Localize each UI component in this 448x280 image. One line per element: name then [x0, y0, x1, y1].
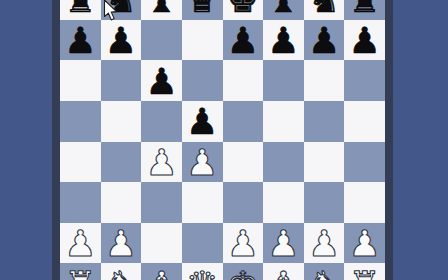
square-b5[interactable] — [101, 101, 142, 142]
square-f7[interactable]: ♟ — [263, 20, 304, 61]
square-g6[interactable] — [304, 60, 345, 101]
square-c7[interactable] — [141, 20, 182, 61]
white-pawn-b2[interactable]: ♟ — [105, 226, 137, 262]
square-g5[interactable] — [304, 101, 345, 142]
square-a1[interactable]: ♜ — [60, 263, 101, 280]
square-b3[interactable] — [101, 182, 142, 223]
square-g4[interactable] — [304, 142, 345, 183]
square-f8[interactable]: ♝ — [263, 0, 304, 20]
black-pawn-h7[interactable]: ♟ — [349, 23, 381, 59]
square-g2[interactable]: ♟ — [304, 223, 345, 264]
white-bishop-c1[interactable]: ♝ — [145, 267, 177, 280]
square-g7[interactable]: ♟ — [304, 20, 345, 61]
square-b7[interactable]: ♟ — [101, 20, 142, 61]
square-a3[interactable] — [60, 182, 101, 223]
square-d8[interactable]: ♛ — [182, 0, 223, 20]
square-f4[interactable] — [263, 142, 304, 183]
square-g3[interactable] — [304, 182, 345, 223]
white-pawn-h2[interactable]: ♟ — [349, 226, 381, 262]
square-a5[interactable] — [60, 101, 101, 142]
square-c3[interactable] — [141, 182, 182, 223]
board-right-border — [385, 0, 393, 280]
square-a2[interactable]: ♟ — [60, 223, 101, 264]
square-c8[interactable]: ♝ — [141, 0, 182, 20]
white-pawn-e2[interactable]: ♟ — [227, 226, 259, 262]
white-king-e1[interactable]: ♚ — [227, 267, 259, 280]
square-a6[interactable] — [60, 60, 101, 101]
square-a7[interactable]: ♟ — [60, 20, 101, 61]
square-h3[interactable] — [344, 182, 385, 223]
square-f1[interactable]: ♝ — [263, 263, 304, 280]
square-h5[interactable] — [344, 101, 385, 142]
black-bishop-f8[interactable]: ♝ — [267, 0, 299, 18]
square-e1[interactable]: ♚ — [223, 263, 264, 280]
white-pawn-f2[interactable]: ♟ — [267, 226, 299, 262]
white-pawn-c4[interactable]: ♟ — [145, 145, 177, 181]
square-f6[interactable] — [263, 60, 304, 101]
square-g1[interactable]: ♞ — [304, 263, 345, 280]
black-pawn-e7[interactable]: ♟ — [227, 23, 259, 59]
white-knight-g1[interactable]: ♞ — [308, 267, 340, 280]
white-knight-b1[interactable]: ♞ — [105, 267, 137, 280]
square-e5[interactable] — [223, 101, 264, 142]
square-d1[interactable]: ♛ — [182, 263, 223, 280]
black-pawn-a7[interactable]: ♟ — [64, 23, 96, 59]
square-c2[interactable] — [141, 223, 182, 264]
black-pawn-b7[interactable]: ♟ — [105, 23, 137, 59]
square-c1[interactable]: ♝ — [141, 263, 182, 280]
square-e2[interactable]: ♟ — [223, 223, 264, 264]
square-g8[interactable]: ♞ — [304, 0, 345, 20]
black-bishop-c8[interactable]: ♝ — [145, 0, 177, 18]
white-pawn-d4[interactable]: ♟ — [186, 145, 218, 181]
square-f3[interactable] — [263, 182, 304, 223]
black-knight-b8[interactable]: ♞ — [105, 0, 137, 18]
square-h2[interactable]: ♟ — [344, 223, 385, 264]
square-h1[interactable]: ♜ — [344, 263, 385, 280]
black-pawn-d5[interactable]: ♟ — [186, 104, 218, 140]
white-pawn-g2[interactable]: ♟ — [308, 226, 340, 262]
chess-app-stage: ♜♞♝♛♚♝♞♜♟♟♟♟♟♟♟♟♟♟♟♟♟♟♟♟♜♞♝♛♚♝♞♜ — [0, 0, 448, 280]
chess-board[interactable]: ♜♞♝♛♚♝♞♜♟♟♟♟♟♟♟♟♟♟♟♟♟♟♟♟♜♞♝♛♚♝♞♜ — [60, 0, 385, 280]
square-b6[interactable] — [101, 60, 142, 101]
square-a4[interactable] — [60, 142, 101, 183]
black-queen-d8[interactable]: ♛ — [186, 0, 218, 18]
white-queen-d1[interactable]: ♛ — [186, 267, 218, 280]
white-rook-a1[interactable]: ♜ — [64, 267, 96, 280]
square-d5[interactable]: ♟ — [182, 101, 223, 142]
square-h7[interactable]: ♟ — [344, 20, 385, 61]
black-pawn-g7[interactable]: ♟ — [308, 23, 340, 59]
black-knight-g8[interactable]: ♞ — [308, 0, 340, 18]
black-rook-h8[interactable]: ♜ — [349, 0, 381, 18]
square-h4[interactable] — [344, 142, 385, 183]
black-pawn-f7[interactable]: ♟ — [267, 23, 299, 59]
square-c5[interactable] — [141, 101, 182, 142]
square-f2[interactable]: ♟ — [263, 223, 304, 264]
square-e7[interactable]: ♟ — [223, 20, 264, 61]
white-rook-h1[interactable]: ♜ — [349, 267, 381, 280]
square-c6[interactable]: ♟ — [141, 60, 182, 101]
square-e8[interactable]: ♚ — [223, 0, 264, 20]
square-d7[interactable] — [182, 20, 223, 61]
black-pawn-c6[interactable]: ♟ — [145, 64, 177, 100]
square-d4[interactable]: ♟ — [182, 142, 223, 183]
square-d6[interactable] — [182, 60, 223, 101]
white-bishop-f1[interactable]: ♝ — [267, 267, 299, 280]
square-b2[interactable]: ♟ — [101, 223, 142, 264]
black-king-e8[interactable]: ♚ — [227, 0, 259, 18]
square-e4[interactable] — [223, 142, 264, 183]
square-f5[interactable] — [263, 101, 304, 142]
square-b4[interactable] — [101, 142, 142, 183]
square-d2[interactable] — [182, 223, 223, 264]
square-d3[interactable] — [182, 182, 223, 223]
square-c4[interactable]: ♟ — [141, 142, 182, 183]
white-pawn-a2[interactable]: ♟ — [64, 226, 96, 262]
board-left-border — [52, 0, 60, 280]
square-b8[interactable]: ♞ — [101, 0, 142, 20]
square-e6[interactable] — [223, 60, 264, 101]
square-h6[interactable] — [344, 60, 385, 101]
square-b1[interactable]: ♞ — [101, 263, 142, 280]
square-a8[interactable]: ♜ — [60, 0, 101, 20]
black-rook-a8[interactable]: ♜ — [64, 0, 96, 18]
square-h8[interactable]: ♜ — [344, 0, 385, 20]
square-e3[interactable] — [223, 182, 264, 223]
